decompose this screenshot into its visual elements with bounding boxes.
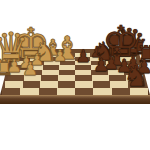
piece-white-pawn: ♟ <box>53 48 67 64</box>
piece-black-knight: ♞ <box>123 62 149 91</box>
piece-black-pawn: ♟ <box>103 55 118 72</box>
piece-white-bishop: ♝ <box>53 32 82 64</box>
piece-black-king: ♚ <box>102 21 140 63</box>
piece-black-pawn: ♟ <box>125 54 141 72</box>
piece-black-rook: ♜ <box>136 43 150 66</box>
piece-black-pawn: ♟ <box>135 57 150 76</box>
piece-black-rook: ♜ <box>130 37 149 58</box>
piece-white-knight: ♞ <box>33 38 57 65</box>
piece-white-pawn: ♟ <box>6 57 22 75</box>
piece-black-bishop: ♝ <box>101 35 123 59</box>
piece-white-pawn: ♟ <box>14 44 27 59</box>
piece-white-king: ♚ <box>12 23 50 65</box>
piece-black-knight: ♞ <box>93 39 115 64</box>
piece-white-bishop: ♝ <box>43 37 63 59</box>
piece-black-pawn: ♟ <box>90 45 103 60</box>
pieces-layer: ♜♝♝♟♛♟♚♚♝♞♛♞♟♟♜♟♝♟♟♟♟♟♟♟♜♟♞ <box>0 0 150 150</box>
piece-white-rook: ♜ <box>0 57 14 79</box>
piece-white-queen: ♛ <box>0 27 29 67</box>
piece-black-bishop: ♝ <box>106 44 128 69</box>
piece-white-pawn: ♟ <box>30 52 44 68</box>
piece-black-pawn: ♟ <box>93 56 109 74</box>
piece-black-queen: ♛ <box>112 24 145 61</box>
piece-black-pawn: ♟ <box>75 48 90 65</box>
piece-white-pawn: ♟ <box>22 60 38 78</box>
piece-white-pawn: ♟ <box>18 54 33 71</box>
chess-set-photo: ♜♝♝♟♛♟♚♚♝♞♛♞♟♟♜♟♝♟♟♟♟♟♟♟♜♟♞ <box>0 0 150 150</box>
piece-black-pawn: ♟ <box>116 57 132 75</box>
